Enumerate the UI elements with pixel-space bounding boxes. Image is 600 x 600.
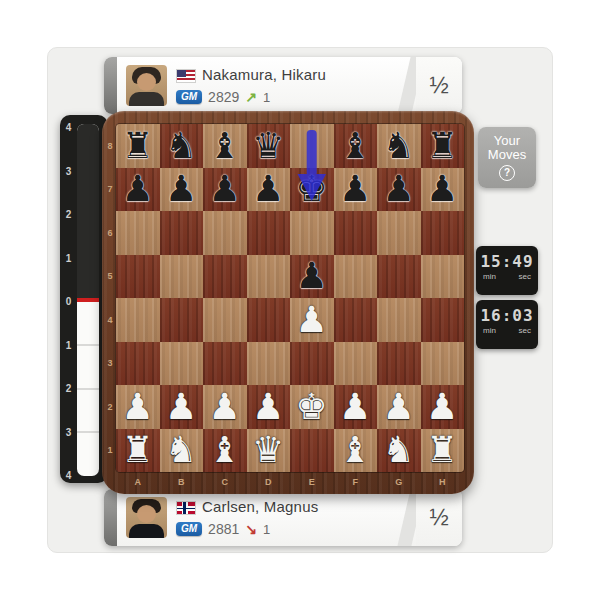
player-name-top: Nakamura, Hikaru	[202, 66, 326, 83]
piece-white-pawn[interactable]: ♟	[203, 385, 247, 429]
chess-board: 87654321 ABCDEFGH ♜♞♝♛♝♞♜♟♟♟♟♚♟♟♟♟♟♟♟♟♟♚…	[102, 111, 474, 494]
sec-label: sec	[519, 272, 531, 281]
piece-black-knight[interactable]: ♞	[377, 124, 421, 168]
square-d5[interactable]	[247, 255, 291, 299]
rank-label-5: 5	[104, 255, 116, 299]
file-label-c: C	[203, 472, 247, 492]
rank-label-2: 2	[104, 385, 116, 429]
square-f1[interactable]: ♝	[334, 429, 378, 473]
square-f8[interactable]: ♝	[334, 124, 378, 168]
piece-black-king[interactable]: ♚	[290, 168, 334, 212]
piece-white-pawn[interactable]: ♟	[290, 298, 334, 342]
square-b5[interactable]	[160, 255, 204, 299]
player-card-edge	[104, 57, 117, 114]
square-g6[interactable]	[377, 211, 421, 255]
square-c4[interactable]	[203, 298, 247, 342]
piece-black-pawn[interactable]: ♟	[290, 255, 334, 299]
square-e4[interactable]: ♟	[290, 298, 334, 342]
avatar-torso	[129, 524, 164, 538]
square-f4[interactable]	[334, 298, 378, 342]
avatar-nakamura	[126, 65, 167, 106]
piece-black-rook[interactable]: ♜	[116, 124, 160, 168]
eval-gridline	[77, 431, 99, 433]
your-moves-button[interactable]: Your Moves ?	[478, 127, 536, 188]
file-label-e: E	[290, 472, 334, 492]
square-c8[interactable]: ♝	[203, 124, 247, 168]
player-name-bottom: Carlsen, Magnus	[202, 498, 318, 515]
gm-badge: GM	[176, 522, 202, 536]
rank-label-1: 1	[104, 429, 116, 473]
square-f6[interactable]	[334, 211, 378, 255]
eval-scale-5: 1	[60, 340, 77, 351]
square-a4[interactable]	[116, 298, 160, 342]
piece-white-pawn[interactable]: ♟	[334, 385, 378, 429]
piece-white-king[interactable]: ♚	[290, 385, 334, 429]
avatar-face	[137, 73, 156, 91]
square-h2[interactable]: ♟	[421, 385, 465, 429]
square-e5[interactable]: ♟	[290, 255, 334, 299]
file-label-b: B	[160, 472, 204, 492]
square-c2[interactable]: ♟	[203, 385, 247, 429]
eval-gridline	[77, 388, 99, 390]
square-d8[interactable]: ♛	[247, 124, 291, 168]
eval-scale-2: 2	[60, 209, 77, 220]
match-score-top: ½	[429, 72, 448, 99]
piece-white-pawn[interactable]: ♟	[377, 385, 421, 429]
rating-trend-value-top: 1	[263, 90, 270, 105]
square-a6[interactable]	[116, 211, 160, 255]
piece-white-bishop[interactable]: ♝	[334, 429, 378, 473]
square-f5[interactable]	[334, 255, 378, 299]
file-label-g: G	[377, 472, 421, 492]
avatar-torso	[129, 92, 164, 106]
clock-top: 15:49 min sec	[476, 246, 538, 295]
square-c1[interactable]: ♝	[203, 429, 247, 473]
norway-flag-icon	[176, 501, 196, 515]
min-label: min	[483, 272, 496, 281]
piece-white-knight[interactable]: ♞	[160, 429, 204, 473]
piece-white-knight[interactable]: ♞	[377, 429, 421, 473]
file-label-a: A	[116, 472, 160, 492]
square-h4[interactable]	[421, 298, 465, 342]
eval-scale-3: 1	[60, 253, 77, 264]
your-moves-label-line1: Your	[478, 134, 536, 148]
app-window: Nakamura, Hikaru GM 2829 ↗ 1 ½ Carlsen, …	[0, 0, 600, 600]
piece-black-bishop[interactable]: ♝	[334, 124, 378, 168]
rating-down-arrow-icon: ↘	[245, 521, 257, 537]
eval-gridline	[77, 344, 99, 346]
piece-black-rook[interactable]: ♜	[421, 124, 465, 168]
square-h6[interactable]	[421, 211, 465, 255]
square-e3[interactable]	[290, 342, 334, 386]
rank-label-7: 7	[104, 168, 116, 212]
gm-badge: GM	[176, 90, 202, 104]
square-d4[interactable]	[247, 298, 291, 342]
piece-black-queen[interactable]: ♛	[247, 124, 291, 168]
board-squares: ♜♞♝♛♝♞♜♟♟♟♟♚♟♟♟♟♟♟♟♟♟♚♟♟♟♜♞♝♛♝♞♜	[116, 124, 464, 472]
score-area-top: ½	[416, 57, 462, 114]
piece-black-pawn[interactable]: ♟	[116, 168, 160, 212]
eval-scale-1: 3	[60, 166, 77, 177]
piece-black-bishop[interactable]: ♝	[203, 124, 247, 168]
sec-label: sec	[519, 326, 531, 335]
square-b1[interactable]: ♞	[160, 429, 204, 473]
file-label-d: D	[247, 472, 291, 492]
us-flag-icon	[176, 69, 196, 83]
match-score-bottom: ½	[429, 504, 448, 531]
piece-white-rook[interactable]: ♜	[421, 429, 465, 473]
rating-trend-value-bottom: 1	[263, 522, 270, 537]
avatar-face	[137, 505, 156, 523]
rating-up-arrow-icon: ↗	[245, 89, 257, 105]
piece-white-rook[interactable]: ♜	[116, 429, 160, 473]
min-label: min	[483, 326, 496, 335]
square-a2[interactable]: ♟	[116, 385, 160, 429]
piece-black-pawn[interactable]: ♟	[377, 168, 421, 212]
piece-white-queen[interactable]: ♛	[247, 429, 291, 473]
square-h1[interactable]: ♜	[421, 429, 465, 473]
eval-zero-marker	[77, 298, 99, 302]
square-b8[interactable]: ♞	[160, 124, 204, 168]
player-card-top: Nakamura, Hikaru GM 2829 ↗ 1 ½	[104, 57, 462, 114]
eval-scale-8: 4	[60, 470, 77, 481]
square-b3[interactable]	[160, 342, 204, 386]
square-c5[interactable]	[203, 255, 247, 299]
square-b4[interactable]	[160, 298, 204, 342]
square-b2[interactable]: ♟	[160, 385, 204, 429]
your-moves-label-line2: Moves	[478, 148, 536, 162]
eval-scale-4: 0	[60, 296, 77, 307]
square-g4[interactable]	[377, 298, 421, 342]
square-d6[interactable]	[247, 211, 291, 255]
score-area-bottom: ½	[416, 489, 462, 546]
square-e7[interactable]: ♚	[290, 168, 334, 212]
clock-time-top: 15:49	[476, 252, 538, 271]
piece-black-pawn[interactable]: ♟	[247, 168, 291, 212]
square-a8[interactable]: ♜	[116, 124, 160, 168]
square-g5[interactable]	[377, 255, 421, 299]
square-b6[interactable]	[160, 211, 204, 255]
evaluation-track	[77, 124, 99, 476]
file-label-f: F	[334, 472, 378, 492]
square-d1[interactable]: ♛	[247, 429, 291, 473]
piece-black-knight[interactable]: ♞	[160, 124, 204, 168]
square-f7[interactable]: ♟	[334, 168, 378, 212]
player-card-edge	[104, 489, 117, 546]
square-h7[interactable]: ♟	[421, 168, 465, 212]
square-d2[interactable]: ♟	[247, 385, 291, 429]
player-rating-top: 2829	[208, 89, 239, 105]
clock-time-bottom: 16:03	[476, 306, 538, 325]
piece-white-pawn[interactable]: ♟	[421, 385, 465, 429]
player-card-bottom: Carlsen, Magnus GM 2881 ↘ 1 ½	[104, 489, 462, 546]
square-g1[interactable]: ♞	[377, 429, 421, 473]
piece-white-pawn[interactable]: ♟	[160, 385, 204, 429]
square-f3[interactable]	[334, 342, 378, 386]
square-a5[interactable]	[116, 255, 160, 299]
square-h8[interactable]: ♜	[421, 124, 465, 168]
square-d7[interactable]: ♟	[247, 168, 291, 212]
square-h3[interactable]	[421, 342, 465, 386]
rank-label-8: 8	[104, 124, 116, 168]
piece-white-pawn[interactable]: ♟	[116, 385, 160, 429]
player-rating-bottom: 2881	[208, 521, 239, 537]
piece-white-bishop[interactable]: ♝	[203, 429, 247, 473]
eval-scale-7: 3	[60, 427, 77, 438]
square-a7[interactable]: ♟	[116, 168, 160, 212]
square-a3[interactable]	[116, 342, 160, 386]
square-c6[interactable]	[203, 211, 247, 255]
player-meta-top: GM 2829 ↗ 1	[176, 88, 270, 106]
eval-black-portion	[77, 124, 99, 298]
square-g2[interactable]: ♟	[377, 385, 421, 429]
clock-bottom: 16:03 min sec	[476, 300, 538, 349]
square-g7[interactable]: ♟	[377, 168, 421, 212]
eval-scale-0: 4	[60, 122, 77, 133]
square-g3[interactable]	[377, 342, 421, 386]
square-e2[interactable]: ♚	[290, 385, 334, 429]
file-coordinates: ABCDEFGH	[116, 472, 464, 492]
clock-units-bottom: min sec	[476, 325, 538, 335]
square-e6[interactable]	[290, 211, 334, 255]
square-e8[interactable]	[290, 124, 334, 168]
square-g8[interactable]: ♞	[377, 124, 421, 168]
piece-black-pawn[interactable]: ♟	[160, 168, 204, 212]
square-c7[interactable]: ♟	[203, 168, 247, 212]
square-c3[interactable]	[203, 342, 247, 386]
square-b7[interactable]: ♟	[160, 168, 204, 212]
square-e1[interactable]	[290, 429, 334, 473]
eval-scale-6: 2	[60, 383, 77, 394]
rank-coordinates: 87654321	[104, 124, 116, 472]
player-meta-bottom: GM 2881 ↘ 1	[176, 520, 270, 538]
avatar-carlsen	[126, 497, 167, 538]
square-a1[interactable]: ♜	[116, 429, 160, 473]
square-h5[interactable]	[421, 255, 465, 299]
clock-units-top: min sec	[476, 271, 538, 281]
rank-label-4: 4	[104, 298, 116, 342]
rank-label-6: 6	[104, 211, 116, 255]
help-question-icon: ?	[499, 165, 515, 181]
square-f2[interactable]: ♟	[334, 385, 378, 429]
piece-black-pawn[interactable]: ♟	[334, 168, 378, 212]
piece-white-pawn[interactable]: ♟	[247, 385, 291, 429]
evaluation-bar: 432101234	[60, 115, 108, 483]
square-d3[interactable]	[247, 342, 291, 386]
piece-black-pawn[interactable]: ♟	[203, 168, 247, 212]
rank-label-3: 3	[104, 342, 116, 386]
piece-black-pawn[interactable]: ♟	[421, 168, 465, 212]
file-label-h: H	[421, 472, 465, 492]
